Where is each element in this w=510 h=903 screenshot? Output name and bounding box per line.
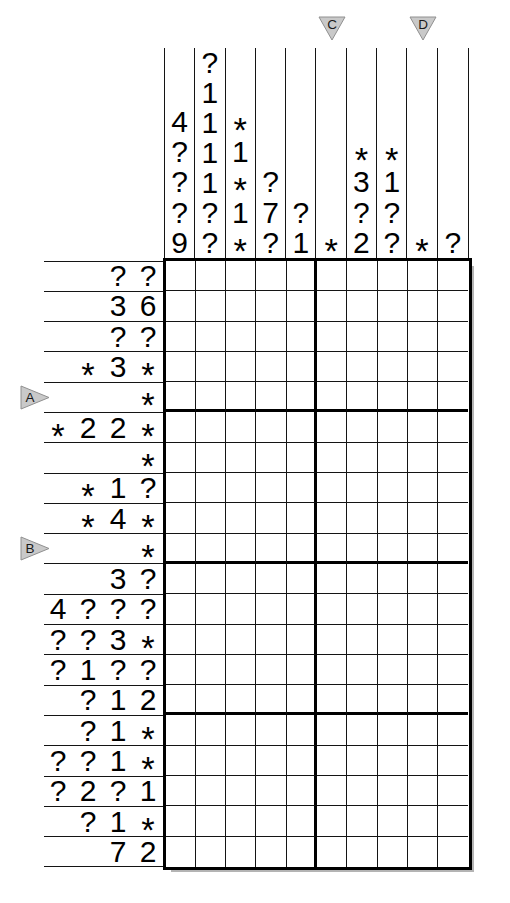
cell-r2c3[interactable] (226, 291, 256, 321)
cell-r7c5[interactable] (287, 443, 317, 473)
asterisk-clue: * (234, 173, 247, 208)
cell-r4c10[interactable] (438, 352, 468, 382)
cell-r13c8[interactable] (378, 625, 408, 655)
cell-r12c5[interactable] (287, 594, 317, 624)
cell-r6c6[interactable] (317, 412, 347, 442)
row-clue-value: 4 (43, 595, 73, 624)
cell-r8c1[interactable] (166, 473, 196, 503)
cell-r3c6[interactable] (317, 322, 347, 352)
row-clue-value: ? (73, 625, 103, 654)
cell-r11c8[interactable] (378, 564, 408, 594)
col-clue-6: * (316, 48, 346, 261)
cell-r7c9[interactable] (408, 443, 438, 473)
cell-r6c4[interactable] (256, 412, 286, 442)
cell-r17c7[interactable] (347, 746, 377, 776)
row-clue-value: * (133, 534, 163, 563)
col-clue-value: ? (165, 167, 194, 197)
cell-r5c3[interactable] (226, 382, 256, 412)
col-clue-value: ? (256, 228, 285, 258)
cell-r10c3[interactable] (226, 534, 256, 564)
cell-r19c1[interactable] (166, 806, 196, 836)
cell-r9c9[interactable] (408, 503, 438, 533)
cell-r20c10[interactable] (438, 837, 468, 867)
col-clue-8: *1?? (377, 48, 407, 261)
cell-r11c2[interactable] (196, 564, 226, 594)
col-clue-value: ? (377, 197, 406, 227)
cell-r19c4[interactable] (256, 806, 286, 836)
row-clue-value: * (43, 413, 73, 442)
row-clue-15: ?12 (44, 686, 164, 716)
cell-r20c8[interactable] (378, 837, 408, 867)
cell-r17c6[interactable] (317, 746, 347, 776)
cell-r5c4[interactable] (256, 382, 286, 412)
asterisk-clue: * (81, 358, 94, 393)
cell-r12c2[interactable] (196, 594, 226, 624)
cell-r20c1[interactable] (166, 837, 196, 867)
cell-r9c8[interactable] (378, 503, 408, 533)
cell-r7c2[interactable] (196, 443, 226, 473)
cell-r18c2[interactable] (196, 776, 226, 806)
cell-r5c10[interactable] (438, 382, 468, 412)
cell-r14c10[interactable] (438, 655, 468, 685)
cell-r16c5[interactable] (287, 715, 317, 745)
cell-r1c3[interactable] (226, 261, 256, 291)
cell-r16c6[interactable] (317, 715, 347, 745)
cell-r18c1[interactable] (166, 776, 196, 806)
marker-d: D (409, 16, 437, 41)
row-clue-value: ? (133, 595, 163, 624)
cell-r1c8[interactable] (378, 261, 408, 291)
cell-r5c6[interactable] (317, 382, 347, 412)
cell-r4c9[interactable] (408, 352, 438, 382)
row-clue-value: * (133, 807, 163, 836)
cell-r17c3[interactable] (226, 746, 256, 776)
cell-r13c7[interactable] (347, 625, 377, 655)
cell-r9c6[interactable] (317, 503, 347, 533)
nonogram-puzzle-page: A B C D 4???9?1111??*1*1*?7??1**3?2*1??*… (0, 0, 510, 903)
col-clue-10: ? (438, 48, 468, 261)
asterisk-clue: * (51, 419, 64, 454)
cell-r6c9[interactable] (408, 412, 438, 442)
cell-r11c7[interactable] (347, 564, 377, 594)
cell-r3c1[interactable] (166, 322, 196, 352)
cell-r20c2[interactable] (196, 837, 226, 867)
cell-r18c5[interactable] (287, 776, 317, 806)
cell-r8c7[interactable] (347, 473, 377, 503)
col-clue-3: *1*1* (226, 48, 256, 261)
row-clue-value: 6 (133, 292, 163, 321)
cell-r4c8[interactable] (378, 352, 408, 382)
col-clue-value: ? (286, 197, 315, 227)
asterisk-clue: * (141, 752, 154, 787)
cell-r18c8[interactable] (378, 776, 408, 806)
row-clue-value: ? (43, 655, 73, 684)
cell-r3c8[interactable] (378, 322, 408, 352)
cell-r16c3[interactable] (226, 715, 256, 745)
cell-r15c2[interactable] (196, 685, 226, 715)
col-clue-value: 1 (286, 228, 315, 258)
cell-r15c6[interactable] (317, 685, 347, 715)
cell-r9c7[interactable] (347, 503, 377, 533)
row-clue-value: 1 (103, 474, 133, 503)
cell-r11c9[interactable] (408, 564, 438, 594)
cell-r7c3[interactable] (226, 443, 256, 473)
col-clue-value: * (316, 228, 345, 258)
asterisk-clue: * (141, 631, 154, 666)
cell-r10c6[interactable] (317, 534, 347, 564)
col-clue-value: 7 (256, 197, 285, 227)
cell-r16c1[interactable] (166, 715, 196, 745)
asterisk-clue: * (141, 540, 154, 575)
cell-r7c10[interactable] (438, 443, 468, 473)
cell-r19c2[interactable] (196, 806, 226, 836)
marker-b-label: B (25, 541, 34, 556)
row-clue-value: 2 (133, 686, 163, 715)
cell-r9c5[interactable] (287, 503, 317, 533)
cell-r11c6[interactable] (317, 564, 347, 594)
cell-r20c7[interactable] (347, 837, 377, 867)
col-clue-9: * (407, 48, 437, 261)
cell-r19c3[interactable] (226, 806, 256, 836)
cell-r19c7[interactable] (347, 806, 377, 836)
cell-r2c8[interactable] (378, 291, 408, 321)
cell-r5c2[interactable] (196, 382, 226, 412)
asterisk-clue: * (141, 813, 154, 848)
cell-r12c10[interactable] (438, 594, 468, 624)
col-clue-value: * (226, 167, 255, 197)
row-clue-16: ?1* (44, 716, 164, 746)
col-clue-value: * (377, 137, 406, 167)
row-clue-value: ? (103, 262, 133, 291)
cell-r9c3[interactable] (226, 503, 256, 533)
cell-r2c6[interactable] (317, 291, 347, 321)
cell-r18c10[interactable] (438, 776, 468, 806)
cell-r4c4[interactable] (256, 352, 286, 382)
cell-r10c10[interactable] (438, 534, 468, 564)
cell-r12c6[interactable] (317, 594, 347, 624)
cell-r16c9[interactable] (408, 715, 438, 745)
col-clue-value: * (226, 228, 255, 258)
col-clue-value: ? (195, 198, 224, 228)
cell-r7c4[interactable] (256, 443, 286, 473)
cell-r9c1[interactable] (166, 503, 196, 533)
cell-r20c4[interactable] (256, 837, 286, 867)
cell-r13c6[interactable] (317, 625, 347, 655)
row-clue-value: 7 (103, 837, 133, 866)
col-clue-value: 1 (195, 138, 224, 168)
cell-r8c3[interactable] (226, 473, 256, 503)
row-clue-value: * (133, 625, 163, 654)
row-clue-1: ?? (44, 262, 164, 292)
cell-r7c6[interactable] (317, 443, 347, 473)
cell-r15c4[interactable] (256, 685, 286, 715)
row-clue-19: ?1* (44, 807, 164, 837)
col-clue-value: ? (195, 48, 224, 78)
col-clue-value: 2 (347, 228, 376, 258)
cell-r3c9[interactable] (408, 322, 438, 352)
cell-r2c2[interactable] (196, 291, 226, 321)
cell-r3c10[interactable] (438, 322, 468, 352)
col-clue-value: * (407, 228, 436, 258)
cell-r9c10[interactable] (438, 503, 468, 533)
cell-r16c8[interactable] (378, 715, 408, 745)
cell-r8c10[interactable] (438, 473, 468, 503)
row-clue-value: 4 (103, 504, 133, 533)
cell-r11c4[interactable] (256, 564, 286, 594)
cell-r13c4[interactable] (256, 625, 286, 655)
cell-r1c5[interactable] (287, 261, 317, 291)
cell-r19c10[interactable] (438, 806, 468, 836)
cell-r1c2[interactable] (196, 261, 226, 291)
cell-r8c8[interactable] (378, 473, 408, 503)
cell-r12c3[interactable] (226, 594, 256, 624)
marker-d-label: D (418, 17, 428, 32)
col-clue-value: ? (256, 167, 285, 197)
cell-r17c8[interactable] (378, 746, 408, 776)
row-clue-value: ? (103, 777, 133, 806)
cell-r10c7[interactable] (347, 534, 377, 564)
cell-r10c8[interactable] (378, 534, 408, 564)
cell-r1c9[interactable] (408, 261, 438, 291)
cell-r17c9[interactable] (408, 746, 438, 776)
cell-r14c3[interactable] (226, 655, 256, 685)
col-clue-value: * (347, 137, 376, 167)
cell-r7c8[interactable] (378, 443, 408, 473)
cell-r19c5[interactable] (287, 806, 317, 836)
row-clue-value: * (133, 352, 163, 381)
cell-r10c1[interactable] (166, 534, 196, 564)
cell-r12c7[interactable] (347, 594, 377, 624)
board (166, 261, 469, 867)
row-clue-value: * (133, 716, 163, 745)
cell-r2c9[interactable] (408, 291, 438, 321)
cell-r2c10[interactable] (438, 291, 468, 321)
cell-r1c6[interactable] (317, 261, 347, 291)
cell-r17c4[interactable] (256, 746, 286, 776)
cell-r8c2[interactable] (196, 473, 226, 503)
cell-r13c3[interactable] (226, 625, 256, 655)
row-clue-value: ? (43, 625, 73, 654)
cell-r7c7[interactable] (347, 443, 377, 473)
cell-r16c4[interactable] (256, 715, 286, 745)
cell-r18c9[interactable] (408, 776, 438, 806)
row-clue-5: * (44, 383, 164, 413)
cell-r11c5[interactable] (287, 564, 317, 594)
cell-r16c10[interactable] (438, 715, 468, 745)
cell-r1c10[interactable] (438, 261, 468, 291)
row-clue-value: * (133, 504, 163, 533)
cell-r18c4[interactable] (256, 776, 286, 806)
cell-r14c9[interactable] (408, 655, 438, 685)
cell-r15c7[interactable] (347, 685, 377, 715)
row-clue-value: ? (43, 746, 73, 775)
cell-r10c4[interactable] (256, 534, 286, 564)
cell-r2c4[interactable] (256, 291, 286, 321)
row-clue-value: 3 (103, 625, 133, 654)
row-clue-value: * (133, 443, 163, 472)
cell-r14c8[interactable] (378, 655, 408, 685)
cell-r6c1[interactable] (166, 412, 196, 442)
cell-r19c8[interactable] (378, 806, 408, 836)
col-clue-value: ? (377, 228, 406, 258)
cell-r14c6[interactable] (317, 655, 347, 685)
col-clue-7: *3?2 (347, 48, 377, 261)
asterisk-clue: * (385, 143, 398, 178)
row-clue-6: *22* (44, 413, 164, 443)
cell-r20c3[interactable] (226, 837, 256, 867)
row-clue-value: 2 (73, 413, 103, 442)
row-clue-value: * (73, 474, 103, 503)
cell-r17c5[interactable] (287, 746, 317, 776)
col-clue-value: 1 (195, 78, 224, 108)
asterisk-clue: * (81, 510, 94, 545)
asterisk-clue: * (234, 113, 247, 148)
cell-r9c4[interactable] (256, 503, 286, 533)
cell-r4c2[interactable] (196, 352, 226, 382)
cell-r6c2[interactable] (196, 412, 226, 442)
cell-r17c2[interactable] (196, 746, 226, 776)
row-clue-value: ? (73, 807, 103, 836)
col-clue-5: ?1 (286, 48, 316, 261)
cell-r19c9[interactable] (408, 806, 438, 836)
cell-r15c3[interactable] (226, 685, 256, 715)
cell-r14c4[interactable] (256, 655, 286, 685)
cell-r15c10[interactable] (438, 685, 468, 715)
cell-r1c4[interactable] (256, 261, 286, 291)
cell-r6c3[interactable] (226, 412, 256, 442)
col-clue-value: ? (195, 228, 224, 258)
cell-r12c4[interactable] (256, 594, 286, 624)
row-clues: ??36??*3***22***1?*4**3?4?????3*?1???12?… (44, 261, 164, 868)
cell-r8c9[interactable] (408, 473, 438, 503)
row-clue-value: ? (133, 322, 163, 351)
col-clue-2: ?1111?? (195, 48, 225, 261)
cell-r10c9[interactable] (408, 534, 438, 564)
cell-r6c10[interactable] (438, 412, 468, 442)
cell-r5c8[interactable] (378, 382, 408, 412)
cell-r4c6[interactable] (317, 352, 347, 382)
cell-r3c4[interactable] (256, 322, 286, 352)
cell-r3c7[interactable] (347, 322, 377, 352)
row-clue-17: ??1* (44, 746, 164, 776)
cell-r11c1[interactable] (166, 564, 196, 594)
cell-r17c1[interactable] (166, 746, 196, 776)
cell-r14c2[interactable] (196, 655, 226, 685)
cell-r20c9[interactable] (408, 837, 438, 867)
cell-r13c10[interactable] (438, 625, 468, 655)
cell-r14c1[interactable] (166, 655, 196, 685)
col-clue-value: ? (165, 137, 194, 167)
cell-r9c2[interactable] (196, 503, 226, 533)
cell-r4c3[interactable] (226, 352, 256, 382)
row-clue-value: 1 (103, 746, 133, 775)
cell-r5c5[interactable] (287, 382, 317, 412)
cell-r5c1[interactable] (166, 382, 196, 412)
cell-r15c5[interactable] (287, 685, 317, 715)
row-clue-value: ? (43, 777, 73, 806)
cell-r15c9[interactable] (408, 685, 438, 715)
cell-r12c9[interactable] (408, 594, 438, 624)
cell-r11c10[interactable] (438, 564, 468, 594)
cell-r3c2[interactable] (196, 322, 226, 352)
cell-r3c5[interactable] (287, 322, 317, 352)
cell-r16c2[interactable] (196, 715, 226, 745)
row-clue-value: 3 (103, 564, 133, 593)
col-clue-1: 4???9 (165, 48, 195, 261)
row-clue-value: 3 (103, 352, 133, 381)
cell-r18c3[interactable] (226, 776, 256, 806)
row-clue-value: * (73, 504, 103, 533)
row-clue-value: ? (73, 686, 103, 715)
cell-r5c7[interactable] (347, 382, 377, 412)
marker-c: C (318, 16, 346, 41)
cell-r15c1[interactable] (166, 685, 196, 715)
cell-r18c6[interactable] (317, 776, 347, 806)
cell-r6c7[interactable] (347, 412, 377, 442)
cell-r13c2[interactable] (196, 625, 226, 655)
cell-r14c7[interactable] (347, 655, 377, 685)
cell-r20c5[interactable] (287, 837, 317, 867)
cell-r16c7[interactable] (347, 715, 377, 745)
cell-r4c1[interactable] (166, 352, 196, 382)
cell-r17c10[interactable] (438, 746, 468, 776)
row-clue-value: ? (103, 655, 133, 684)
cell-r18c7[interactable] (347, 776, 377, 806)
cell-r7c1[interactable] (166, 443, 196, 473)
col-clue-value: ? (347, 197, 376, 227)
cell-r4c7[interactable] (347, 352, 377, 382)
asterisk-clue: * (355, 143, 368, 178)
row-clue-3: ?? (44, 322, 164, 352)
marker-a-label: A (25, 390, 34, 405)
col-clue-value: ? (165, 197, 194, 227)
cell-r11c3[interactable] (226, 564, 256, 594)
cell-r2c1[interactable] (166, 291, 196, 321)
cell-r8c5[interactable] (287, 473, 317, 503)
row-clue-value: 1 (73, 655, 103, 684)
cell-r13c5[interactable] (287, 625, 317, 655)
row-clue-value: ? (73, 716, 103, 745)
cell-r15c8[interactable] (378, 685, 408, 715)
cell-r4c5[interactable] (287, 352, 317, 382)
cell-r10c5[interactable] (287, 534, 317, 564)
cell-r2c5[interactable] (287, 291, 317, 321)
cell-r14c5[interactable] (287, 655, 317, 685)
cell-r3c3[interactable] (226, 322, 256, 352)
cell-r8c4[interactable] (256, 473, 286, 503)
cell-r12c8[interactable] (378, 594, 408, 624)
row-clue-value: 1 (103, 686, 133, 715)
cell-r6c5[interactable] (287, 412, 317, 442)
row-clue-value: ? (103, 595, 133, 624)
cell-r12c1[interactable] (166, 594, 196, 624)
cell-r13c9[interactable] (408, 625, 438, 655)
cell-r13c1[interactable] (166, 625, 196, 655)
cell-r19c6[interactable] (317, 806, 347, 836)
cell-r20c6[interactable] (317, 837, 347, 867)
cell-r5c9[interactable] (408, 382, 438, 412)
col-clue-value: 9 (165, 228, 194, 258)
cell-r1c7[interactable] (347, 261, 377, 291)
cell-r2c7[interactable] (347, 291, 377, 321)
cell-r8c6[interactable] (317, 473, 347, 503)
cell-r10c2[interactable] (196, 534, 226, 564)
row-clue-12: 4??? (44, 595, 164, 625)
asterisk-clue: * (141, 449, 154, 484)
row-clue-2: 36 (44, 292, 164, 322)
cell-r6c8[interactable] (378, 412, 408, 442)
cell-r1c1[interactable] (166, 261, 196, 291)
